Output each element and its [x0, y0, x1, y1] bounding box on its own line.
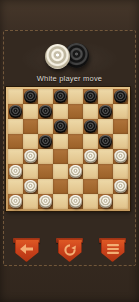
white-checker[interactable] [24, 180, 37, 193]
black-checker[interactable] [9, 105, 22, 118]
board-cell[interactable] [53, 119, 68, 134]
board-cell[interactable] [83, 179, 98, 194]
white-checker[interactable] [99, 195, 112, 208]
board-cell[interactable] [68, 89, 83, 104]
board-cell[interactable] [83, 149, 98, 164]
board-cell[interactable] [8, 179, 23, 194]
board-cell[interactable] [68, 134, 83, 149]
black-checker[interactable] [54, 120, 67, 133]
board-cell[interactable] [53, 104, 68, 119]
white-checker[interactable] [69, 195, 82, 208]
restart-button[interactable] [56, 238, 83, 262]
board-cell[interactable] [113, 119, 128, 134]
board-cell[interactable] [98, 194, 113, 209]
board-cell[interactable] [68, 179, 83, 194]
board-cell[interactable] [53, 149, 68, 164]
board-cell[interactable] [68, 119, 83, 134]
board-cell[interactable] [23, 149, 38, 164]
black-checker[interactable] [84, 120, 97, 133]
board-cell[interactable] [83, 134, 98, 149]
white-checker[interactable] [9, 165, 22, 178]
status-text: White player move [0, 74, 139, 83]
board-cell[interactable] [98, 164, 113, 179]
board-cell[interactable] [83, 164, 98, 179]
board-cell[interactable] [113, 164, 128, 179]
board-cell[interactable] [53, 89, 68, 104]
board-cell[interactable] [113, 89, 128, 104]
board-cell[interactable] [23, 89, 38, 104]
board-cell[interactable] [113, 179, 128, 194]
toolbar [0, 238, 139, 262]
white-checker-icon [45, 44, 70, 69]
board-cell[interactable] [98, 179, 113, 194]
black-checker[interactable] [54, 90, 67, 103]
board-cell[interactable] [83, 194, 98, 209]
board-cell[interactable] [8, 194, 23, 209]
white-checker[interactable] [114, 180, 127, 193]
board-cell[interactable] [8, 119, 23, 134]
board-cell[interactable] [83, 89, 98, 104]
board-cell[interactable] [8, 104, 23, 119]
board-cell[interactable] [98, 89, 113, 104]
black-checker[interactable] [114, 90, 127, 103]
black-checker[interactable] [99, 135, 112, 148]
board-cell[interactable] [38, 119, 53, 134]
board-cell[interactable] [38, 194, 53, 209]
board-cell[interactable] [83, 104, 98, 119]
white-checker[interactable] [39, 195, 52, 208]
app-screen: White player move [0, 0, 139, 302]
menu-button[interactable] [99, 238, 126, 262]
board-cell[interactable] [8, 134, 23, 149]
undo-button[interactable] [13, 238, 40, 262]
board-cell[interactable] [53, 194, 68, 209]
board-cell[interactable] [23, 179, 38, 194]
board-cell[interactable] [68, 104, 83, 119]
board-cell[interactable] [113, 104, 128, 119]
black-checker[interactable] [39, 105, 52, 118]
circular-arrow-icon [56, 244, 83, 256]
white-checker[interactable] [84, 150, 97, 163]
board-cell[interactable] [8, 89, 23, 104]
board-cell[interactable] [38, 89, 53, 104]
board-cell[interactable] [23, 134, 38, 149]
board-cell[interactable] [38, 149, 53, 164]
board-cell[interactable] [8, 149, 23, 164]
board-cell[interactable] [23, 119, 38, 134]
board-cell[interactable] [113, 194, 128, 209]
board-cell[interactable] [113, 134, 128, 149]
checkers-board [6, 87, 130, 211]
white-checker[interactable] [69, 165, 82, 178]
board-cell[interactable] [98, 104, 113, 119]
board-cell[interactable] [53, 134, 68, 149]
board-cell[interactable] [98, 119, 113, 134]
board-cell[interactable] [98, 149, 113, 164]
board-cell[interactable] [83, 119, 98, 134]
board-cell[interactable] [38, 104, 53, 119]
board-cell[interactable] [38, 179, 53, 194]
board-cell[interactable] [113, 149, 128, 164]
board-cell[interactable] [68, 149, 83, 164]
board-cell[interactable] [38, 134, 53, 149]
white-checker[interactable] [24, 150, 37, 163]
board-cell[interactable] [23, 194, 38, 209]
board-cell[interactable] [8, 164, 23, 179]
hamburger-icon [99, 244, 126, 254]
board-cell[interactable] [23, 164, 38, 179]
black-checker[interactable] [99, 105, 112, 118]
board-cell[interactable] [53, 164, 68, 179]
turn-indicator [0, 42, 139, 70]
black-checker[interactable] [84, 90, 97, 103]
board-cell[interactable] [23, 104, 38, 119]
black-checker[interactable] [24, 90, 37, 103]
board-cell[interactable] [68, 164, 83, 179]
left-arrow-icon [13, 244, 40, 254]
board-cell[interactable] [98, 134, 113, 149]
board-cell[interactable] [53, 179, 68, 194]
white-checker[interactable] [9, 195, 22, 208]
board-cell[interactable] [68, 194, 83, 209]
white-checker[interactable] [114, 150, 127, 163]
black-checker[interactable] [39, 135, 52, 148]
board-cell[interactable] [38, 164, 53, 179]
